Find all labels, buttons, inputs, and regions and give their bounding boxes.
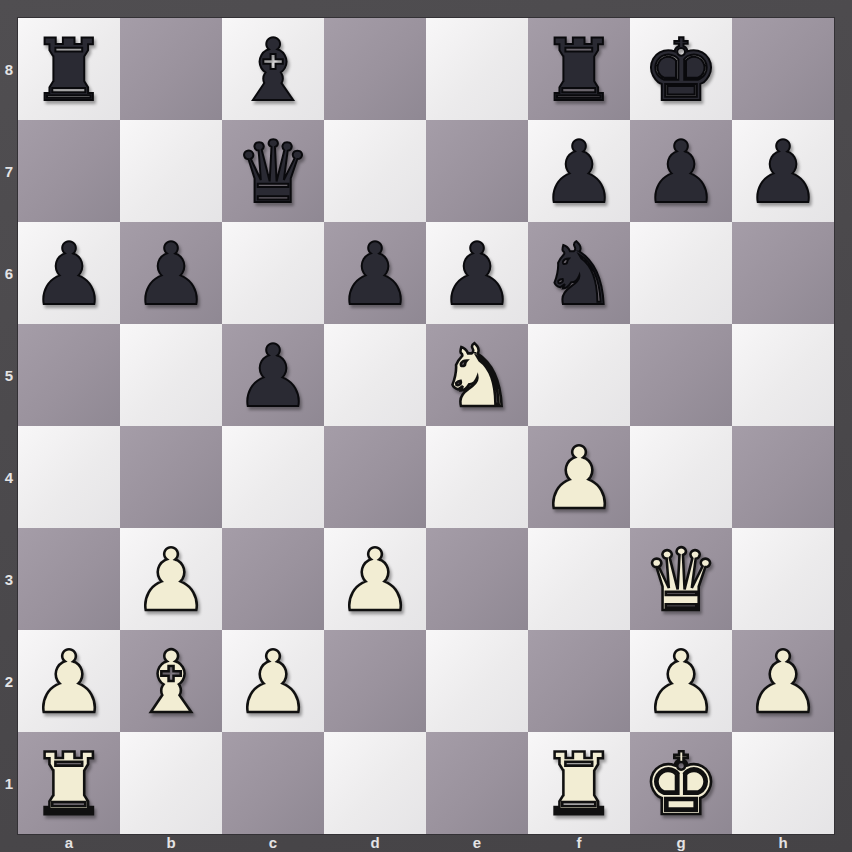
square-h5[interactable]: [732, 324, 834, 426]
piece-white-rook[interactable]: ♜: [528, 732, 630, 834]
square-a4[interactable]: [18, 426, 120, 528]
rank-label-4: 4: [0, 426, 18, 528]
square-b3[interactable]: ♟: [120, 528, 222, 630]
square-d5[interactable]: [324, 324, 426, 426]
piece-white-bishop[interactable]: ♝: [120, 630, 222, 732]
square-f6[interactable]: ♞: [528, 222, 630, 324]
square-h2[interactable]: ♟: [732, 630, 834, 732]
square-d2[interactable]: [324, 630, 426, 732]
square-h8[interactable]: [732, 18, 834, 120]
square-h4[interactable]: [732, 426, 834, 528]
piece-black-pawn[interactable]: ♟: [324, 222, 426, 324]
square-a5[interactable]: [18, 324, 120, 426]
piece-black-pawn[interactable]: ♟: [222, 324, 324, 426]
square-d7[interactable]: [324, 120, 426, 222]
square-g6[interactable]: [630, 222, 732, 324]
square-a6[interactable]: ♟: [18, 222, 120, 324]
square-b7[interactable]: [120, 120, 222, 222]
square-d4[interactable]: [324, 426, 426, 528]
rank-label-5: 5: [0, 324, 18, 426]
square-g1[interactable]: ♚: [630, 732, 732, 834]
piece-black-king[interactable]: ♚: [630, 18, 732, 120]
square-c5[interactable]: ♟: [222, 324, 324, 426]
square-d6[interactable]: ♟: [324, 222, 426, 324]
piece-white-pawn[interactable]: ♟: [120, 528, 222, 630]
piece-white-pawn[interactable]: ♟: [630, 630, 732, 732]
square-f1[interactable]: ♜: [528, 732, 630, 834]
square-b6[interactable]: ♟: [120, 222, 222, 324]
square-e6[interactable]: ♟: [426, 222, 528, 324]
square-e1[interactable]: [426, 732, 528, 834]
square-e7[interactable]: [426, 120, 528, 222]
piece-white-king[interactable]: ♚: [630, 732, 732, 834]
square-d3[interactable]: ♟: [324, 528, 426, 630]
square-f3[interactable]: [528, 528, 630, 630]
piece-black-rook[interactable]: ♜: [528, 18, 630, 120]
square-b2[interactable]: ♝: [120, 630, 222, 732]
piece-black-pawn[interactable]: ♟: [426, 222, 528, 324]
file-label-g: g: [630, 833, 732, 852]
square-b5[interactable]: [120, 324, 222, 426]
piece-black-pawn[interactable]: ♟: [528, 120, 630, 222]
piece-black-knight[interactable]: ♞: [528, 222, 630, 324]
square-a3[interactable]: [18, 528, 120, 630]
square-h3[interactable]: [732, 528, 834, 630]
square-c1[interactable]: [222, 732, 324, 834]
rank-label-1: 1: [0, 732, 18, 834]
square-g8[interactable]: ♚: [630, 18, 732, 120]
piece-black-pawn[interactable]: ♟: [18, 222, 120, 324]
square-g7[interactable]: ♟: [630, 120, 732, 222]
piece-white-pawn[interactable]: ♟: [222, 630, 324, 732]
square-b4[interactable]: [120, 426, 222, 528]
file-label-e: e: [426, 833, 528, 852]
square-d1[interactable]: [324, 732, 426, 834]
square-e5[interactable]: ♞: [426, 324, 528, 426]
square-f7[interactable]: ♟: [528, 120, 630, 222]
file-label-b: b: [120, 833, 222, 852]
square-g4[interactable]: [630, 426, 732, 528]
square-a7[interactable]: [18, 120, 120, 222]
square-e8[interactable]: [426, 18, 528, 120]
piece-black-pawn[interactable]: ♟: [732, 120, 834, 222]
square-b1[interactable]: [120, 732, 222, 834]
piece-black-rook[interactable]: ♜: [18, 18, 120, 120]
square-h6[interactable]: [732, 222, 834, 324]
square-d8[interactable]: [324, 18, 426, 120]
square-c4[interactable]: [222, 426, 324, 528]
file-label-h: h: [732, 833, 834, 852]
file-label-a: a: [18, 833, 120, 852]
square-f5[interactable]: [528, 324, 630, 426]
chess-board: ♜♝♜♚♛♟♟♟♟♟♟♟♞♟♞♟♟♟♛♟♝♟♟♟♜♜♚: [18, 18, 834, 834]
square-a2[interactable]: ♟: [18, 630, 120, 732]
square-g2[interactable]: ♟: [630, 630, 732, 732]
piece-white-rook[interactable]: ♜: [18, 732, 120, 834]
rank-label-8: 8: [0, 18, 18, 120]
square-g5[interactable]: [630, 324, 732, 426]
square-c7[interactable]: ♛: [222, 120, 324, 222]
square-g3[interactable]: ♛: [630, 528, 732, 630]
piece-white-pawn[interactable]: ♟: [18, 630, 120, 732]
square-a8[interactable]: ♜: [18, 18, 120, 120]
square-c3[interactable]: [222, 528, 324, 630]
file-label-d: d: [324, 833, 426, 852]
square-f8[interactable]: ♜: [528, 18, 630, 120]
rank-label-3: 3: [0, 528, 18, 630]
square-e4[interactable]: [426, 426, 528, 528]
square-f2[interactable]: [528, 630, 630, 732]
square-h7[interactable]: ♟: [732, 120, 834, 222]
square-c6[interactable]: [222, 222, 324, 324]
file-label-c: c: [222, 833, 324, 852]
piece-white-queen[interactable]: ♛: [630, 528, 732, 630]
piece-white-pawn[interactable]: ♟: [324, 528, 426, 630]
square-f4[interactable]: ♟: [528, 426, 630, 528]
rank-label-7: 7: [0, 120, 18, 222]
square-b8[interactable]: [120, 18, 222, 120]
piece-black-pawn[interactable]: ♟: [630, 120, 732, 222]
square-e2[interactable]: [426, 630, 528, 732]
rank-label-6: 6: [0, 222, 18, 324]
rank-label-2: 2: [0, 630, 18, 732]
square-c2[interactable]: ♟: [222, 630, 324, 732]
chess-board-frame: ♜♝♜♚♛♟♟♟♟♟♟♟♞♟♞♟♟♟♛♟♝♟♟♟♜♜♚ 87654321 abc…: [0, 0, 852, 852]
piece-white-pawn[interactable]: ♟: [528, 426, 630, 528]
square-c8[interactable]: ♝: [222, 18, 324, 120]
piece-black-queen[interactable]: ♛: [222, 120, 324, 222]
piece-black-pawn[interactable]: ♟: [120, 222, 222, 324]
square-a1[interactable]: ♜: [18, 732, 120, 834]
file-label-f: f: [528, 833, 630, 852]
square-h1[interactable]: [732, 732, 834, 834]
piece-black-bishop[interactable]: ♝: [222, 18, 324, 120]
square-e3[interactable]: [426, 528, 528, 630]
piece-white-pawn[interactable]: ♟: [732, 630, 834, 732]
piece-white-knight[interactable]: ♞: [426, 324, 528, 426]
